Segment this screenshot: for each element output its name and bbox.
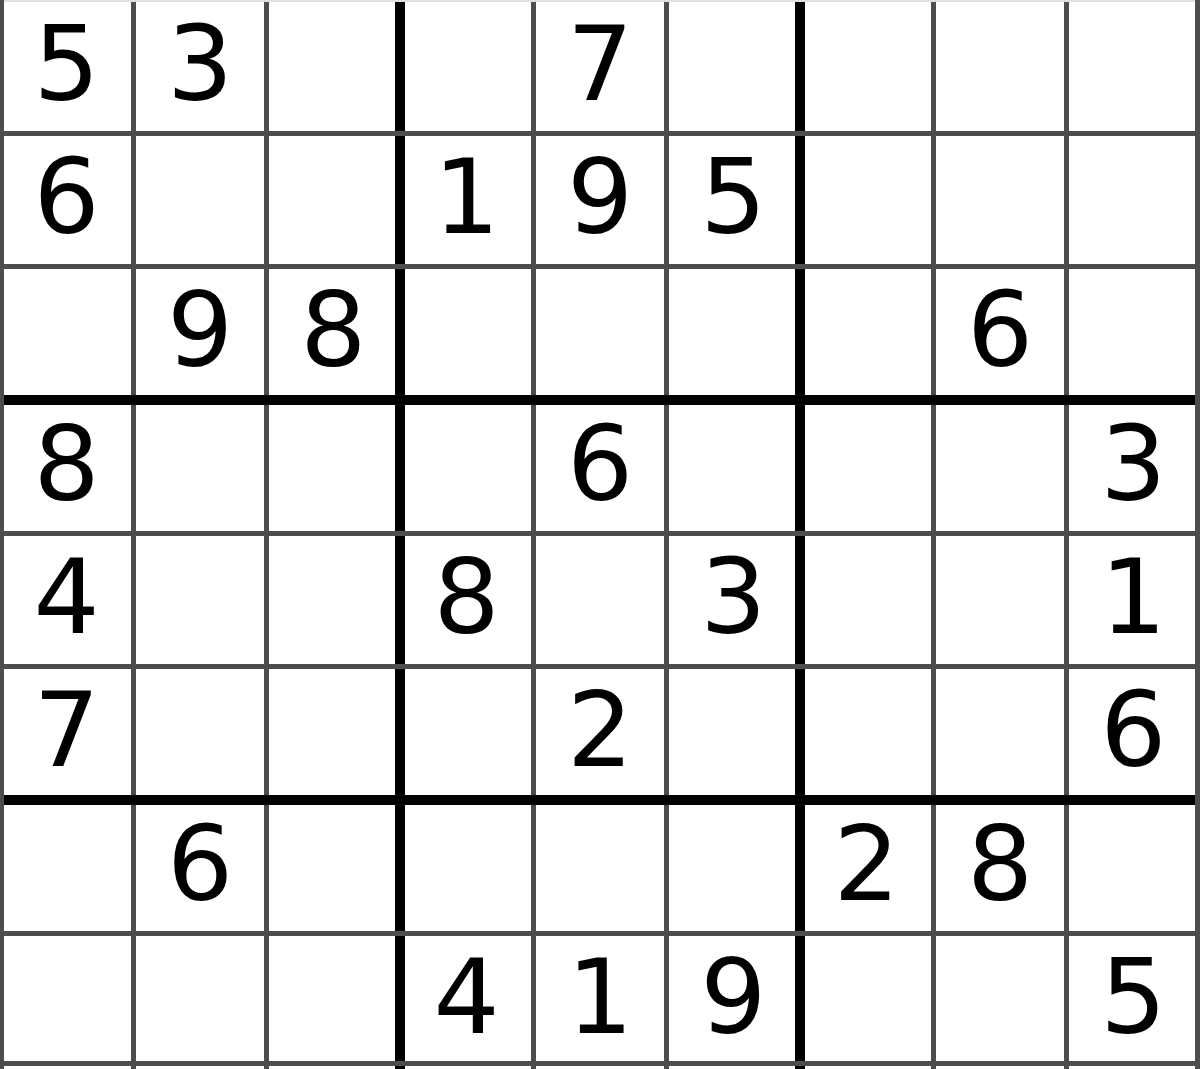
cell-r5c6[interactable]: 3 [667,530,800,663]
cell-r5c5[interactable] [533,530,666,663]
cell-r6c9[interactable]: 6 [1067,664,1200,797]
cell-r2c4[interactable]: 1 [400,130,533,263]
cell-r3c9[interactable] [1067,264,1200,397]
cell-r1c4[interactable] [400,0,533,130]
cell-r4c8[interactable] [933,397,1066,530]
cell-r5c8[interactable] [933,530,1066,663]
cell-r4c4[interactable] [400,397,533,530]
cell-border-h-2 [0,264,1200,269]
board-right-edge [1195,0,1200,1069]
cell-r7c5[interactable] [533,797,666,930]
cell-r2c5[interactable]: 9 [533,130,666,263]
board-top-edge [0,0,1200,2]
cell-r6c6[interactable] [667,664,800,797]
cell-r5c2[interactable] [133,530,266,663]
cell-r5c9[interactable]: 1 [1067,530,1200,663]
cell-r8c1[interactable] [0,930,133,1063]
cell-r8c3[interactable] [267,930,400,1063]
cell-r3c3[interactable]: 8 [267,264,400,397]
cell-r3c5[interactable] [533,264,666,397]
cell-border-h-7 [0,931,1200,936]
cell-r6c8[interactable] [933,664,1066,797]
cell-r7c2[interactable]: 6 [133,797,266,930]
cell-r3c8[interactable]: 6 [933,264,1066,397]
cell-r2c9[interactable] [1067,130,1200,263]
cell-r1c6[interactable] [667,0,800,130]
cell-r2c2[interactable] [133,130,266,263]
cell-r8c4[interactable]: 4 [400,930,533,1063]
cell-r4c7[interactable] [800,397,933,530]
cell-border-h-4 [0,531,1200,536]
box-border-h-6 [0,795,1200,805]
cell-r3c4[interactable] [400,264,533,397]
cell-border-h-5 [0,664,1200,669]
cell-r7c3[interactable] [267,797,400,930]
cell-r2c1[interactable]: 6 [0,130,133,263]
cell-r8c9[interactable]: 5 [1067,930,1200,1063]
box-border-h-3 [0,395,1200,405]
cell-r3c1[interactable] [0,264,133,397]
cell-r8c2[interactable] [133,930,266,1063]
cell-r5c3[interactable] [267,530,400,663]
cell-r1c8[interactable] [933,0,1066,130]
cell-r7c7[interactable]: 2 [800,797,933,930]
cell-r3c6[interactable] [667,264,800,397]
cell-r1c3[interactable] [267,0,400,130]
cell-r1c2[interactable]: 3 [133,0,266,130]
cell-r6c3[interactable] [267,664,400,797]
board-left-edge [0,0,4,1069]
cell-r4c1[interactable]: 8 [0,397,133,530]
cell-r2c7[interactable] [800,130,933,263]
cell-r4c5[interactable]: 6 [533,397,666,530]
cell-r8c7[interactable] [800,930,933,1063]
cell-r5c1[interactable]: 4 [0,530,133,663]
cell-border-h-1 [0,131,1200,136]
cell-r7c9[interactable] [1067,797,1200,930]
cell-r6c2[interactable] [133,664,266,797]
cell-r4c3[interactable] [267,397,400,530]
cell-r3c7[interactable] [800,264,933,397]
cell-r4c9[interactable]: 3 [1067,397,1200,530]
cell-r5c4[interactable]: 8 [400,530,533,663]
cell-r1c5[interactable]: 7 [533,0,666,130]
cell-r6c1[interactable]: 7 [0,664,133,797]
cell-r8c5[interactable]: 1 [533,930,666,1063]
cell-r7c6[interactable] [667,797,800,930]
cell-r1c1[interactable]: 5 [0,0,133,130]
cell-r7c1[interactable] [0,797,133,930]
cell-r7c4[interactable] [400,797,533,930]
cell-border-h-8 [0,1061,1200,1066]
cell-r5c7[interactable] [800,530,933,663]
sudoku-board-viewport: 537619598686348317266284195 [0,0,1200,1069]
cell-r3c2[interactable]: 9 [133,264,266,397]
cell-r6c7[interactable] [800,664,933,797]
cell-r2c6[interactable]: 5 [667,130,800,263]
cell-r8c8[interactable] [933,930,1066,1063]
cell-r2c8[interactable] [933,130,1066,263]
cell-r4c2[interactable] [133,397,266,530]
cell-r1c7[interactable] [800,0,933,130]
cell-r6c5[interactable]: 2 [533,664,666,797]
cell-r6c4[interactable] [400,664,533,797]
cell-r8c6[interactable]: 9 [667,930,800,1063]
cell-r2c3[interactable] [267,130,400,263]
cell-r4c6[interactable] [667,397,800,530]
cell-r1c9[interactable] [1067,0,1200,130]
cell-r7c8[interactable]: 8 [933,797,1066,930]
